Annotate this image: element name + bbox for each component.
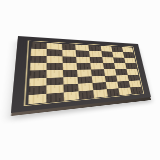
square-7-5 xyxy=(106,88,119,96)
square-2-0 xyxy=(30,56,47,63)
square-7-3 xyxy=(79,90,94,99)
product-photo xyxy=(0,0,160,160)
square-7-7 xyxy=(130,87,142,94)
square-7-1 xyxy=(46,92,63,102)
square-2-1 xyxy=(47,56,63,63)
square-7-2 xyxy=(63,91,79,100)
square-7-4 xyxy=(93,89,107,97)
